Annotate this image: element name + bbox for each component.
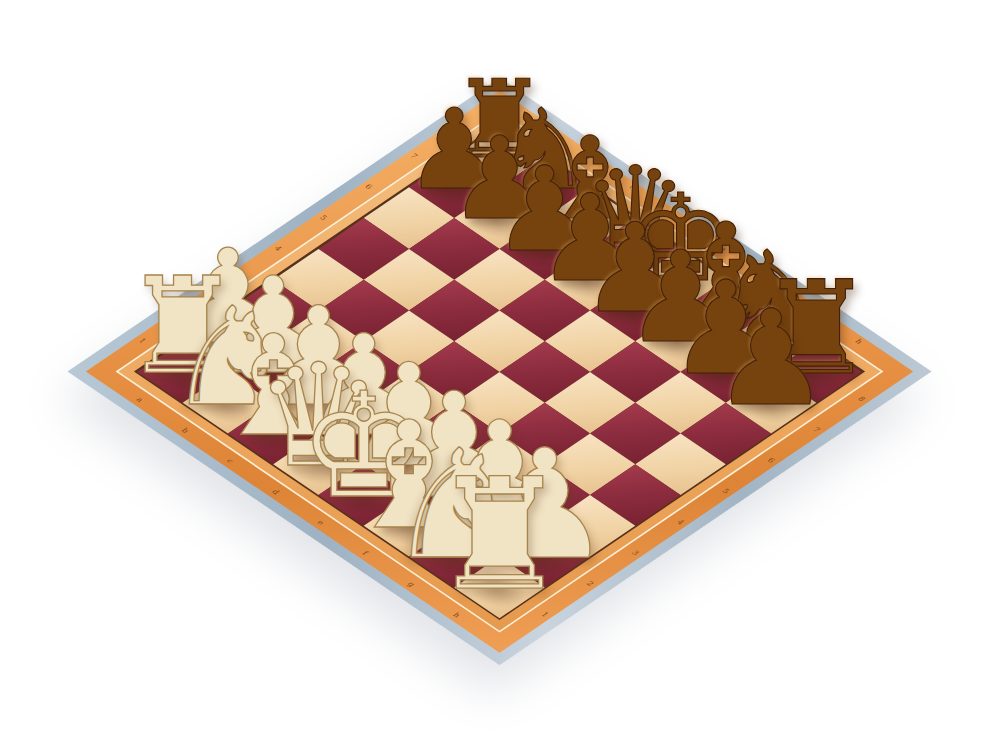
- board-grid: ♜♞♝♛♚♝♞♜♟♟♟♟♟♟♟♟♟♟♟♟♟♟♟♟♜♞♝♛♚♝♞♜: [137, 125, 861, 617]
- rank-label-6-right: 6: [766, 457, 776, 464]
- rank-label-3-right: 3: [630, 550, 640, 557]
- board-outer-edge: ♜♞♝♛♚♝♞♜♟♟♟♟♟♟♟♟♟♟♟♟♟♟♟♟♜♞♝♛♚♝♞♜ aa88bb7…: [67, 78, 931, 666]
- chessboard: ♜♞♝♛♚♝♞♜♟♟♟♟♟♟♟♟♟♟♟♟♟♟♟♟♜♞♝♛♚♝♞♜ aa88bb7…: [67, 78, 931, 666]
- rank-label-4-right: 4: [675, 519, 685, 526]
- board-border-frame: ♜♞♝♛♚♝♞♜♟♟♟♟♟♟♟♟♟♟♟♟♟♟♟♟♜♞♝♛♚♝♞♜ aa88bb7…: [86, 90, 913, 653]
- rank-label-5-right: 5: [720, 488, 730, 495]
- border-pinstripe: ♜♞♝♛♚♝♞♜♟♟♟♟♟♟♟♟♟♟♟♟♟♟♟♟♜♞♝♛♚♝♞♜: [116, 110, 884, 632]
- rank-label-6-left: 6: [363, 183, 373, 190]
- border-dark-line: ♜♞♝♛♚♝♞♜♟♟♟♟♟♟♟♟♟♟♟♟♟♟♟♟♜♞♝♛♚♝♞♜: [134, 123, 865, 620]
- product-photo-scene: ♜♞♝♛♚♝♞♜♟♟♟♟♟♟♟♟♟♟♟♟♟♟♟♟♜♞♝♛♚♝♞♜ aa88bb7…: [0, 0, 1000, 750]
- border-inner-band: ♜♞♝♛♚♝♞♜♟♟♟♟♟♟♟♟♟♟♟♟♟♟♟♟♜♞♝♛♚♝♞♜: [118, 112, 880, 630]
- square-h1: ♜: [454, 556, 545, 618]
- rank-label-5-left: 5: [318, 214, 328, 221]
